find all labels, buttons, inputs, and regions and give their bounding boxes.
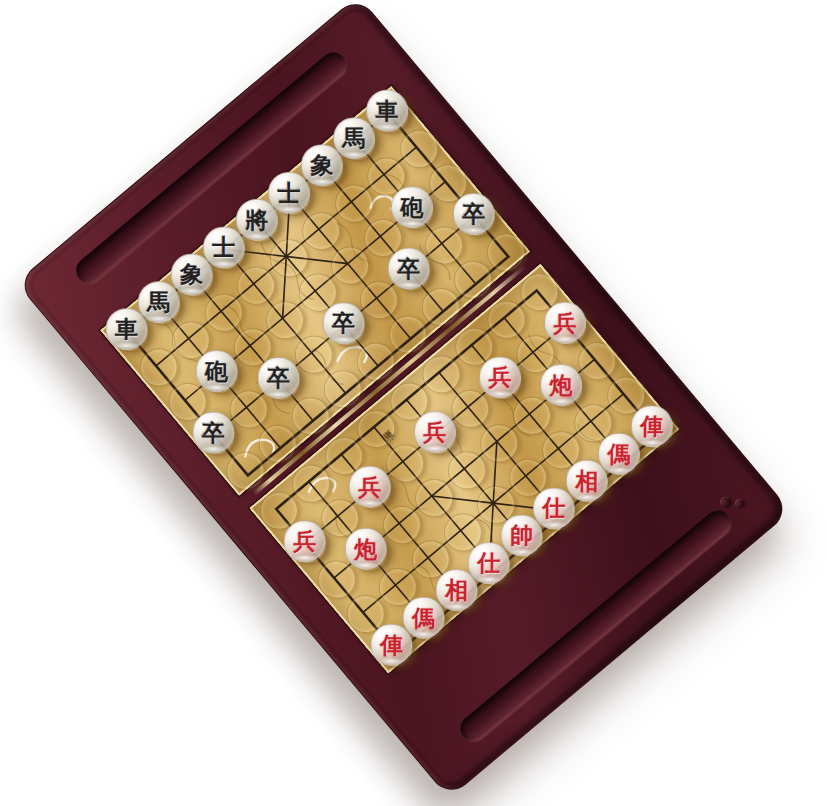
piece-red-chariot[interactable]: 俥: [630, 406, 672, 448]
piece-red-cannon[interactable]: 炮: [344, 528, 386, 570]
piece-character: 兵: [284, 522, 324, 562]
piece-character: 卒: [258, 358, 298, 398]
piece-character: 卒: [453, 194, 493, 234]
piece-black-soldier[interactable]: 卒: [191, 412, 233, 454]
product-photo: 楚河: [0, 0, 827, 806]
piece-character: 兵: [349, 467, 389, 507]
piece-character: 車: [366, 91, 406, 131]
piece-black-soldier[interactable]: 卒: [322, 303, 364, 345]
piece-character: 兵: [479, 358, 519, 398]
piece-character: 兵: [544, 303, 584, 343]
piece-red-soldier[interactable]: 兵: [413, 411, 455, 453]
piece-red-soldier[interactable]: 兵: [478, 357, 520, 399]
piece-character: 砲: [196, 351, 236, 391]
piece-red-soldier[interactable]: 兵: [348, 466, 390, 508]
piece-black-cannon[interactable]: 砲: [390, 186, 432, 228]
piece-character: 炮: [345, 529, 385, 569]
piece-character: 俥: [631, 407, 671, 447]
piece-black-soldier[interactable]: 卒: [387, 248, 429, 290]
piece-red-soldier[interactable]: 兵: [283, 521, 325, 563]
piece-red-soldier[interactable]: 兵: [543, 302, 585, 344]
piece-black-chariot[interactable]: 車: [365, 90, 407, 132]
intersection-markers: [17, 0, 358, 283]
pin-hole: [717, 494, 732, 509]
piece-character: 兵: [414, 412, 454, 452]
piece-black-soldier[interactable]: 卒: [257, 357, 299, 399]
pin-hole: [733, 497, 746, 510]
piece-character: 卒: [323, 304, 363, 344]
piece-character: 砲: [391, 187, 431, 227]
piece-black-cannon[interactable]: 砲: [195, 350, 237, 392]
piece-red-cannon[interactable]: 炮: [540, 364, 582, 406]
wooden-tray: 楚河: [15, 0, 791, 799]
piece-character: 卒: [192, 413, 232, 453]
piece-black-soldier[interactable]: 卒: [452, 193, 494, 235]
piece-character: 炮: [541, 365, 581, 405]
piece-character: 卒: [388, 249, 428, 289]
